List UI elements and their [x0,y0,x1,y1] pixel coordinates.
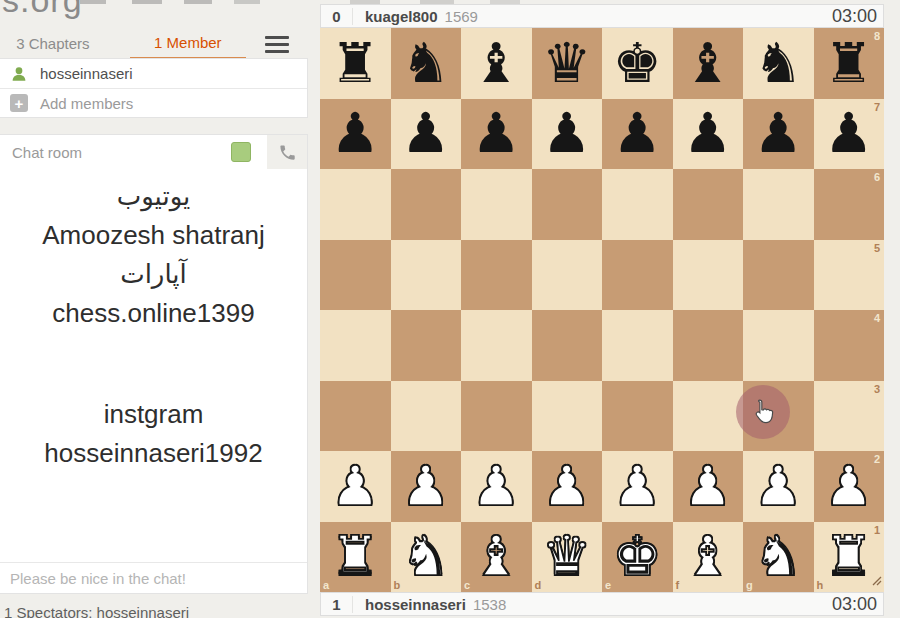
piece-white-knight[interactable]: ♞ [401,529,450,584]
square-f6[interactable] [673,169,744,240]
file-label: g [746,579,753,591]
square-g1[interactable]: ♞g [743,522,814,593]
piece-white-pawn[interactable]: ♟ [683,459,732,514]
bottom-player-rating: 1538 [473,596,506,613]
phone-icon [278,143,297,162]
square-b2[interactable]: ♟ [391,451,462,522]
piece-black-rook[interactable]: ♜ [824,36,873,91]
square-h6[interactable]: 6 [814,169,885,240]
square-g8[interactable]: ♞ [743,28,814,99]
plus-icon: + [10,94,28,112]
chat-messages: يوتيوبAmoozesh shatranjآپاراتchess.onlin… [0,169,307,562]
square-h5[interactable]: 5 [814,240,885,311]
square-d5[interactable] [532,240,603,311]
add-members-label: Add members [40,95,133,112]
square-c6[interactable] [461,169,532,240]
file-label: e [605,579,611,591]
chat-message: آپارات [0,255,307,294]
menu-icon[interactable] [260,36,308,53]
square-h3[interactable]: 3 [814,381,885,452]
square-d2[interactable]: ♟ [532,451,603,522]
piece-black-king[interactable]: ♚ [613,36,662,91]
nav-remnant [184,0,212,4]
piece-white-bishop[interactable]: ♝ [472,529,521,584]
rank-label: 3 [874,383,880,395]
piece-black-rook[interactable]: ♜ [331,36,380,91]
piece-black-pawn[interactable]: ♟ [542,106,591,161]
square-a6[interactable] [320,169,391,240]
square-e2[interactable]: ♟ [602,451,673,522]
tab-members[interactable]: 1 Member [130,30,246,59]
rank-label: 2 [874,453,880,465]
chat-message: instgram [0,395,307,434]
square-b4[interactable] [391,310,462,381]
square-e7[interactable]: ♟ [602,99,673,170]
square-g6[interactable] [743,169,814,240]
top-player-rating: 1569 [445,8,478,25]
square-h8[interactable]: ♜8 [814,28,885,99]
square-a2[interactable]: ♟ [320,451,391,522]
top-player-name[interactable]: kuagel800 [365,8,438,25]
square-e6[interactable] [602,169,673,240]
square-b8[interactable]: ♞ [391,28,462,99]
square-c8[interactable]: ♝ [461,28,532,99]
square-f5[interactable] [673,240,744,311]
file-label: b [394,579,401,591]
square-d3[interactable] [532,381,603,452]
piece-white-knight[interactable]: ♞ [754,529,803,584]
file-label: c [464,579,470,591]
square-b6[interactable] [391,169,462,240]
piece-black-pawn[interactable]: ♟ [401,106,450,161]
member-name[interactable]: hosseinnaseri [40,65,133,82]
piece-black-bishop[interactable]: ♝ [683,36,732,91]
file-label: h [817,579,824,591]
square-a3[interactable] [320,381,391,452]
rank-label: 5 [874,242,880,254]
square-b5[interactable] [391,240,462,311]
square-c2[interactable]: ♟ [461,451,532,522]
square-d1[interactable]: ♛d [532,522,603,593]
member-row[interactable]: hosseinnaseri [0,59,307,88]
square-f3[interactable] [673,381,744,452]
bottom-player-clock: 03:00 [832,594,877,615]
piece-white-rook[interactable]: ♜ [824,529,873,584]
piece-white-pawn[interactable]: ♟ [613,459,662,514]
top-player-score: 0 [321,8,353,25]
piece-black-pawn[interactable]: ♟ [613,106,662,161]
square-d7[interactable]: ♟ [532,99,603,170]
resize-handle[interactable] [872,572,882,590]
chat-message: chess.online1399 [0,294,307,333]
square-g3[interactable] [743,381,814,452]
piece-black-knight[interactable]: ♞ [401,36,450,91]
piece-white-pawn[interactable]: ♟ [401,459,450,514]
top-player-bar: 0 kuagel800 1569 03:00 [320,4,884,28]
rank-label: 8 [874,30,880,42]
square-g5[interactable] [743,240,814,311]
square-e4[interactable] [602,310,673,381]
nav-remnant [80,0,106,4]
square-g4[interactable] [743,310,814,381]
chess-board: ♜♞♝♛♚♝♞♜8♟♟♟♟♟♟♟♟76543♟♟♟♟♟♟♟♟2♜a♞b♝c♛d♚… [320,28,884,592]
square-b3[interactable] [391,381,462,452]
rank-label: 1 [874,524,880,536]
square-b7[interactable]: ♟ [391,99,462,170]
square-f1[interactable]: ♝f [673,522,744,593]
piece-black-pawn[interactable]: ♟ [754,106,803,161]
chat-panel: Chat room يوتيوبAmoozesh shatranjآپاراتc… [0,134,308,594]
square-a8[interactable]: ♜ [320,28,391,99]
square-e1[interactable]: ♚e [602,522,673,593]
chat-input-row [0,562,307,593]
square-a5[interactable] [320,240,391,311]
square-d6[interactable] [532,169,603,240]
square-h4[interactable]: 4 [814,310,885,381]
file-label: a [323,579,329,591]
bottom-player-name[interactable]: hosseinnaseri [365,596,466,613]
nav-remnant [132,0,162,4]
chat-message: يوتيوب [0,177,307,216]
piece-white-pawn[interactable]: ♟ [542,459,591,514]
square-f2[interactable]: ♟ [673,451,744,522]
chat-message: hosseinnaseri1992 [0,434,307,473]
rank-label: 6 [874,171,880,183]
bottom-player-score: 1 [321,596,353,613]
piece-white-rook[interactable]: ♜ [331,529,380,584]
piece-white-pawn[interactable]: ♟ [472,459,521,514]
square-g2[interactable]: ♟ [743,451,814,522]
member-icon [10,65,28,83]
file-label: d [535,579,542,591]
bottom-player-bar: 1 hosseinnaseri 1538 03:00 [320,592,884,616]
sidebar-tabs: 3 Chapters 1 Member [0,30,308,58]
square-a1[interactable]: ♜a [320,522,391,593]
chat-toggle[interactable] [231,142,251,162]
square-c1[interactable]: ♝c [461,522,532,593]
top-player-clock: 03:00 [832,6,877,27]
piece-black-pawn[interactable]: ♟ [683,106,732,161]
piece-white-pawn[interactable]: ♟ [754,459,803,514]
square-b1[interactable]: ♞b [391,522,462,593]
rank-label: 4 [874,312,880,324]
square-c5[interactable] [461,240,532,311]
square-d4[interactable] [532,310,603,381]
square-f4[interactable] [673,310,744,381]
square-f7[interactable]: ♟ [673,99,744,170]
site-logo-partial: s.org [2,0,83,20]
chat-header: Chat room [0,135,307,169]
square-a7[interactable]: ♟ [320,99,391,170]
square-e5[interactable] [602,240,673,311]
square-e3[interactable] [602,381,673,452]
nav-remnant [234,0,260,4]
square-e8[interactable]: ♚ [602,28,673,99]
rank-label: 7 [874,101,880,113]
square-c7[interactable]: ♟ [461,99,532,170]
square-c4[interactable] [461,310,532,381]
file-label: f [676,579,680,591]
chat-message: Amoozesh shatranj [0,216,307,255]
piece-white-pawn[interactable]: ♟ [331,459,380,514]
square-g7[interactable]: ♟ [743,99,814,170]
call-button[interactable] [267,135,307,169]
chat-title: Chat room [12,144,82,161]
members-panel: hosseinnaseri + Add members [0,58,308,118]
piece-white-queen[interactable]: ♛ [542,529,591,584]
piece-black-pawn[interactable]: ♟ [331,106,380,161]
spectators-line: 1 Spectators: hosseinnaseri [4,604,189,618]
piece-white-bishop[interactable]: ♝ [683,529,732,584]
square-f8[interactable]: ♝ [673,28,744,99]
square-h2[interactable]: ♟2 [814,451,885,522]
square-a4[interactable] [320,310,391,381]
square-d8[interactable]: ♛ [532,28,603,99]
square-c3[interactable] [461,381,532,452]
piece-black-bishop[interactable]: ♝ [472,36,521,91]
piece-black-pawn[interactable]: ♟ [472,106,521,161]
piece-white-king[interactable]: ♚ [613,529,662,584]
square-h7[interactable]: ♟7 [814,99,885,170]
add-members-row[interactable]: + Add members [0,88,307,117]
piece-black-queen[interactable]: ♛ [542,36,591,91]
chat-input[interactable] [0,563,307,593]
piece-black-pawn[interactable]: ♟ [824,106,873,161]
piece-white-pawn[interactable]: ♟ [824,459,873,514]
tab-chapters[interactable]: 3 Chapters [0,31,106,58]
piece-black-knight[interactable]: ♞ [754,36,803,91]
